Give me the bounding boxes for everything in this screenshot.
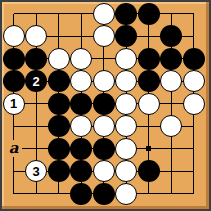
black-stone-r5c5 (93, 93, 115, 115)
white-stone-r8c6 (115, 160, 137, 182)
move-2-stone: 2 (25, 70, 47, 92)
white-stone-r6c4 (70, 115, 92, 137)
white-stone-r7c6 (115, 138, 137, 160)
black-stone-r5c3 (48, 93, 70, 115)
black-stone-r8c3 (48, 160, 70, 182)
white-stone-r9c6 (115, 183, 137, 205)
black-stone-r3c9 (183, 48, 205, 70)
black-stone-r3c8 (160, 48, 182, 70)
black-stone-r5c4 (70, 93, 92, 115)
black-stone-r4c1 (3, 70, 25, 92)
black-stone-r8c4 (70, 160, 92, 182)
white-stone-r4c5 (93, 70, 115, 92)
white-stone-r6c6 (115, 115, 137, 137)
white-stone-r3c4 (70, 48, 92, 70)
white-stone-r4c4 (70, 70, 92, 92)
white-stone-r6c8 (160, 115, 182, 137)
black-stone-r9c4 (70, 183, 92, 205)
move-3-stone: 3 (25, 160, 47, 182)
black-stone-r1c7 (138, 3, 160, 25)
black-stone-r4c7 (138, 70, 160, 92)
black-stone-r7c4 (70, 138, 92, 160)
point-label-a: a (5, 140, 22, 157)
white-stone-r2c2 (25, 25, 47, 47)
black-stone-r3c2 (25, 48, 47, 70)
white-stone-r1c5 (93, 3, 115, 25)
black-stone-r1c6 (115, 3, 137, 25)
black-stone-r8c7 (138, 160, 160, 182)
black-stone-r9c5 (93, 183, 115, 205)
black-stone-r7c3 (48, 138, 70, 160)
go-board: 213a (0, 0, 211, 211)
white-stone-r6c5 (93, 115, 115, 137)
white-stone-r5c7 (138, 93, 160, 115)
black-stone-r4c3 (48, 70, 70, 92)
black-stone-r3c1 (3, 48, 25, 70)
white-stone-r3c6 (115, 48, 137, 70)
star-point (146, 146, 151, 151)
black-stone-r2c6 (115, 25, 137, 47)
white-stone-r3c3 (48, 48, 70, 70)
white-stone-r4c8 (160, 70, 182, 92)
white-stone-r2c1 (3, 25, 25, 47)
white-stone-r4c6 (115, 70, 137, 92)
white-stone-r4c9 (183, 70, 205, 92)
black-stone-r7c5 (93, 138, 115, 160)
white-stone-r8c5 (93, 160, 115, 182)
black-stone-r3c7 (138, 48, 160, 70)
white-stone-r5c6 (115, 93, 137, 115)
move-1-stone: 1 (3, 93, 25, 115)
white-stone-r2c5 (93, 25, 115, 47)
black-stone-r6c3 (48, 115, 70, 137)
black-stone-r2c8 (160, 25, 182, 47)
white-stone-r5c9 (183, 93, 205, 115)
